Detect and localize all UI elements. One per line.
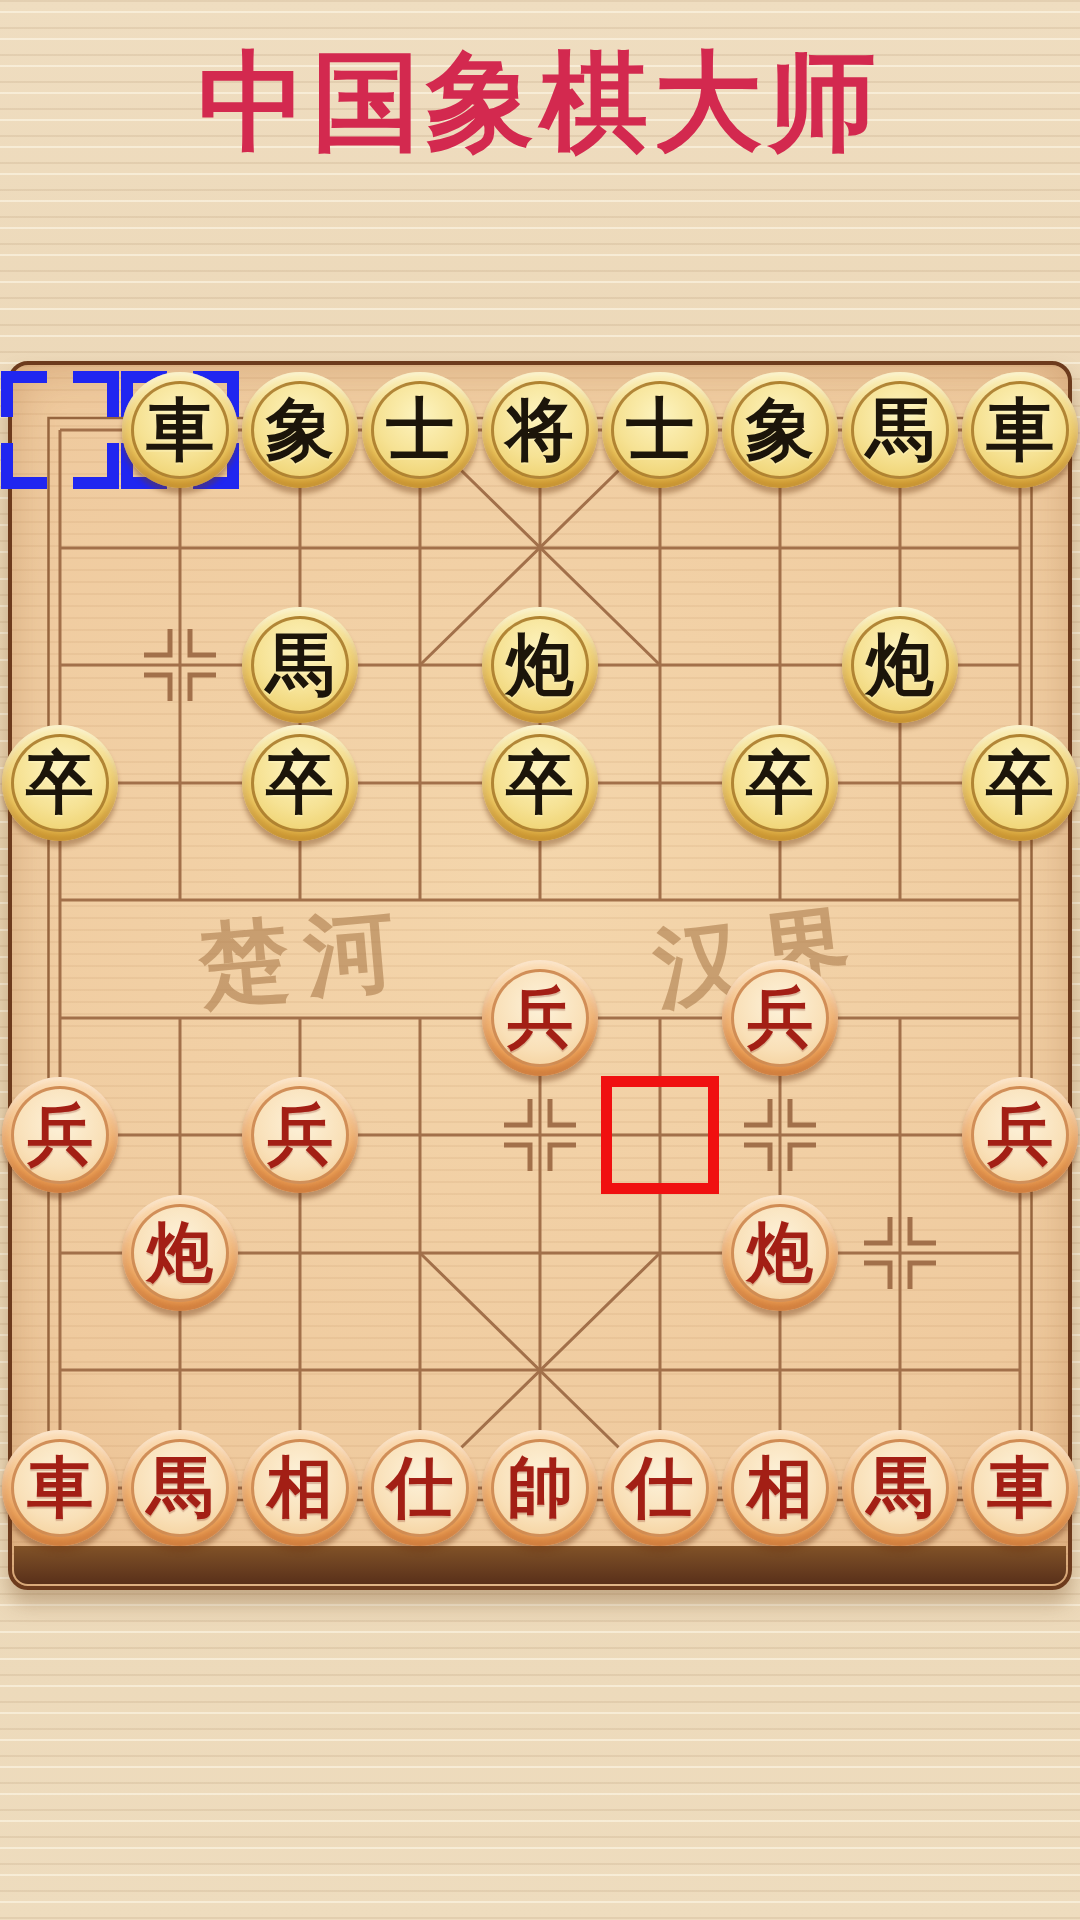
- piece-glyph: 相: [747, 1455, 813, 1521]
- piece-glyph: 炮: [747, 1220, 813, 1286]
- piece-glyph: 馬: [866, 396, 934, 464]
- piece-glyph: 卒: [746, 749, 814, 817]
- piece-red-soldier-g5[interactable]: 兵: [722, 960, 838, 1076]
- piece-glyph: 馬: [867, 1455, 933, 1521]
- piece-black-chariot-i10[interactable]: 車: [962, 372, 1078, 488]
- piece-glyph: 卒: [26, 749, 94, 817]
- piece-red-horse-h1[interactable]: 馬: [842, 1430, 958, 1546]
- piece-glyph: 兵: [267, 1102, 333, 1168]
- piece-glyph: 車: [986, 396, 1054, 464]
- piece-glyph: 車: [987, 1455, 1053, 1521]
- piece-red-advisor-f1[interactable]: 仕: [602, 1430, 718, 1546]
- piece-glyph: 象: [746, 396, 814, 464]
- piece-glyph: 卒: [506, 749, 574, 817]
- piece-glyph: 車: [146, 396, 214, 464]
- piece-red-soldier-c4[interactable]: 兵: [242, 1077, 358, 1193]
- piece-red-chariot-i1[interactable]: 車: [962, 1430, 1078, 1546]
- piece-red-soldier-i4[interactable]: 兵: [962, 1077, 1078, 1193]
- piece-glyph: 象: [266, 396, 334, 464]
- piece-black-soldier-a7[interactable]: 卒: [2, 725, 118, 841]
- piece-glyph: 相: [267, 1455, 333, 1521]
- piece-black-chariot-b10[interactable]: 車: [122, 372, 238, 488]
- last-move-marker-a10: [1, 371, 119, 489]
- piece-red-chariot-a1[interactable]: 車: [2, 1430, 118, 1546]
- piece-red-elephant-g1[interactable]: 相: [722, 1430, 838, 1546]
- piece-glyph: 馬: [266, 631, 334, 699]
- piece-black-soldier-g7[interactable]: 卒: [722, 725, 838, 841]
- piece-black-general-e10[interactable]: 将: [482, 372, 598, 488]
- piece-red-cannon-g3[interactable]: 炮: [722, 1195, 838, 1311]
- piece-glyph: 卒: [986, 749, 1054, 817]
- piece-glyph: 炮: [866, 631, 934, 699]
- marked-point-f4: [601, 1076, 719, 1194]
- piece-red-cannon-b3[interactable]: 炮: [122, 1195, 238, 1311]
- piece-glyph: 車: [27, 1455, 93, 1521]
- piece-glyph: 士: [386, 396, 454, 464]
- piece-glyph: 兵: [747, 985, 813, 1051]
- piece-black-advisor-f10[interactable]: 士: [602, 372, 718, 488]
- piece-red-soldier-e5[interactable]: 兵: [482, 960, 598, 1076]
- piece-black-soldier-c7[interactable]: 卒: [242, 725, 358, 841]
- piece-glyph: 卒: [266, 749, 334, 817]
- piece-glyph: 炮: [147, 1220, 213, 1286]
- piece-red-general-e1[interactable]: 帥: [482, 1430, 598, 1546]
- piece-red-elephant-c1[interactable]: 相: [242, 1430, 358, 1546]
- piece-black-soldier-e7[interactable]: 卒: [482, 725, 598, 841]
- piece-glyph: 炮: [506, 631, 574, 699]
- piece-glyph: 仕: [387, 1455, 453, 1521]
- piece-black-elephant-c10[interactable]: 象: [242, 372, 358, 488]
- piece-black-horse-c8[interactable]: 馬: [242, 607, 358, 723]
- piece-red-advisor-d1[interactable]: 仕: [362, 1430, 478, 1546]
- piece-glyph: 兵: [507, 985, 573, 1051]
- piece-red-soldier-a4[interactable]: 兵: [2, 1077, 118, 1193]
- piece-black-cannon-e8[interactable]: 炮: [482, 607, 598, 723]
- river-label-chu-he: 楚河: [194, 888, 416, 1028]
- piece-black-soldier-i7[interactable]: 卒: [962, 725, 1078, 841]
- piece-black-horse-h10[interactable]: 馬: [842, 372, 958, 488]
- piece-black-cannon-h8[interactable]: 炮: [842, 607, 958, 723]
- piece-black-advisor-d10[interactable]: 士: [362, 372, 478, 488]
- piece-black-elephant-g10[interactable]: 象: [722, 372, 838, 488]
- piece-glyph: 兵: [27, 1102, 93, 1168]
- piece-glyph: 仕: [627, 1455, 693, 1521]
- piece-glyph: 将: [506, 396, 574, 464]
- piece-glyph: 士: [626, 396, 694, 464]
- piece-red-horse-b1[interactable]: 馬: [122, 1430, 238, 1546]
- piece-glyph: 帥: [507, 1455, 573, 1521]
- piece-glyph: 馬: [147, 1455, 213, 1521]
- piece-glyph: 兵: [987, 1102, 1053, 1168]
